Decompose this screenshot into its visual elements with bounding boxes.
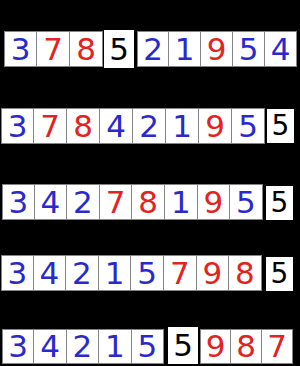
row1-right-segment: 21954	[137, 31, 297, 67]
array-cell: 2	[67, 329, 99, 364]
array-cell: 5	[232, 108, 265, 144]
array-cell: 7	[262, 329, 293, 364]
array-cell: 8	[70, 31, 103, 67]
array-cell: 4	[34, 329, 66, 364]
array-cell: 9	[200, 329, 231, 364]
array-cell: 1	[169, 31, 201, 67]
array-cell: 5	[230, 184, 263, 220]
array-cell: 1	[99, 329, 131, 364]
row1-left-segment: 378	[4, 31, 103, 67]
row3-pivot-box: 5	[266, 186, 293, 220]
array-cell: 1	[165, 184, 198, 220]
array-cell: 2	[133, 108, 166, 144]
array-cell: 9	[201, 31, 233, 67]
array-cell: 2	[67, 184, 100, 220]
array-cell: 4	[35, 184, 68, 220]
array-cell: 2	[66, 255, 99, 291]
array-cell: 3	[4, 31, 37, 67]
array-cell: 2	[137, 31, 169, 67]
quicksort-partition-diagram: 378 5 21954 37842195 5 34278195 5 342157…	[0, 0, 300, 366]
row2-array-segment: 37842195	[1, 108, 265, 144]
row5-left-segment: 34215	[2, 329, 164, 364]
array-cell: 9	[197, 255, 230, 291]
array-cell: 3	[1, 108, 34, 144]
array-cell: 8	[67, 108, 100, 144]
row4-array-segment: 34215798	[1, 255, 262, 291]
pivot-cell: 5	[266, 257, 293, 291]
array-cell: 5	[131, 255, 164, 291]
array-cell: 9	[198, 184, 231, 220]
array-cell: 9	[199, 108, 232, 144]
array-cell: 3	[1, 255, 34, 291]
array-cell: 7	[164, 255, 197, 291]
array-cell: 7	[37, 31, 70, 67]
row5-pivot-box: 5	[168, 327, 198, 364]
array-cell: 7	[100, 184, 133, 220]
array-cell: 4	[265, 31, 297, 67]
array-cell: 8	[132, 184, 165, 220]
array-cell: 7	[34, 108, 67, 144]
array-cell: 4	[100, 108, 133, 144]
array-cell: 4	[34, 255, 67, 291]
array-cell: 5	[233, 31, 265, 67]
row2-pivot-box: 5	[267, 109, 294, 143]
pivot-cell: 5	[266, 186, 293, 220]
pivot-cell: 5	[104, 30, 134, 68]
array-cell: 3	[2, 184, 35, 220]
array-cell: 5	[132, 329, 164, 364]
row5-right-segment: 987	[200, 329, 293, 364]
array-cell: 8	[229, 255, 262, 291]
row4-pivot-box: 5	[266, 257, 293, 291]
array-cell: 1	[99, 255, 132, 291]
pivot-cell: 5	[168, 327, 198, 364]
array-cell: 3	[2, 329, 34, 364]
pivot-cell: 5	[267, 109, 294, 143]
row3-array-segment: 34278195	[2, 184, 263, 220]
array-cell: 1	[166, 108, 199, 144]
array-cell: 8	[231, 329, 262, 364]
row1-pivot-box: 5	[104, 30, 134, 68]
